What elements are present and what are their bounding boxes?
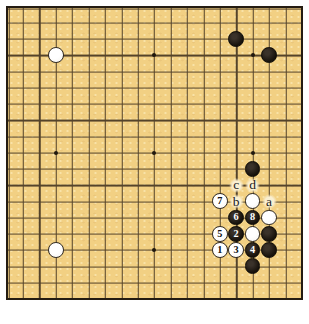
label-b-P7: b [229,194,244,209]
labelpoint-P7: b [228,193,244,209]
labelpoint-P8: c [228,177,244,193]
labels-layer: abcd [0,0,309,307]
label-c-P8: c [229,178,244,193]
label-d-Q8: d [245,178,260,193]
labelpoint-Q8: d [244,177,260,193]
label-a-R7: a [262,194,277,209]
labelpoint-R7: a [261,193,277,209]
go-diagram-page: 12345678 abcd [0,0,309,324]
go-board[interactable]: 12345678 abcd [6,6,304,301]
